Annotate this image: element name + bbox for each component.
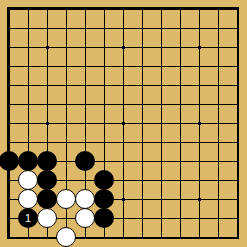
stone-white (18, 170, 38, 190)
stone-black (37, 189, 57, 209)
stone-white (75, 208, 95, 228)
go-board: 1 (0, 0, 247, 247)
stones-grid: 1 (0, 0, 247, 247)
stone-black (94, 208, 114, 228)
stone-black (94, 170, 114, 190)
go-diagram: 1 (0, 0, 247, 247)
stone-black: 1 (18, 208, 38, 228)
stone-white (37, 208, 57, 228)
stone-white (75, 189, 95, 209)
stone-black (94, 189, 114, 209)
move-number-label: 1 (25, 213, 31, 224)
stone-black (18, 151, 38, 171)
stone-black (75, 151, 95, 171)
stone-white (18, 189, 38, 209)
stone-black (0, 151, 19, 171)
stone-white (56, 227, 76, 247)
stone-black (37, 151, 57, 171)
stone-black (37, 170, 57, 190)
stone-white (56, 189, 76, 209)
